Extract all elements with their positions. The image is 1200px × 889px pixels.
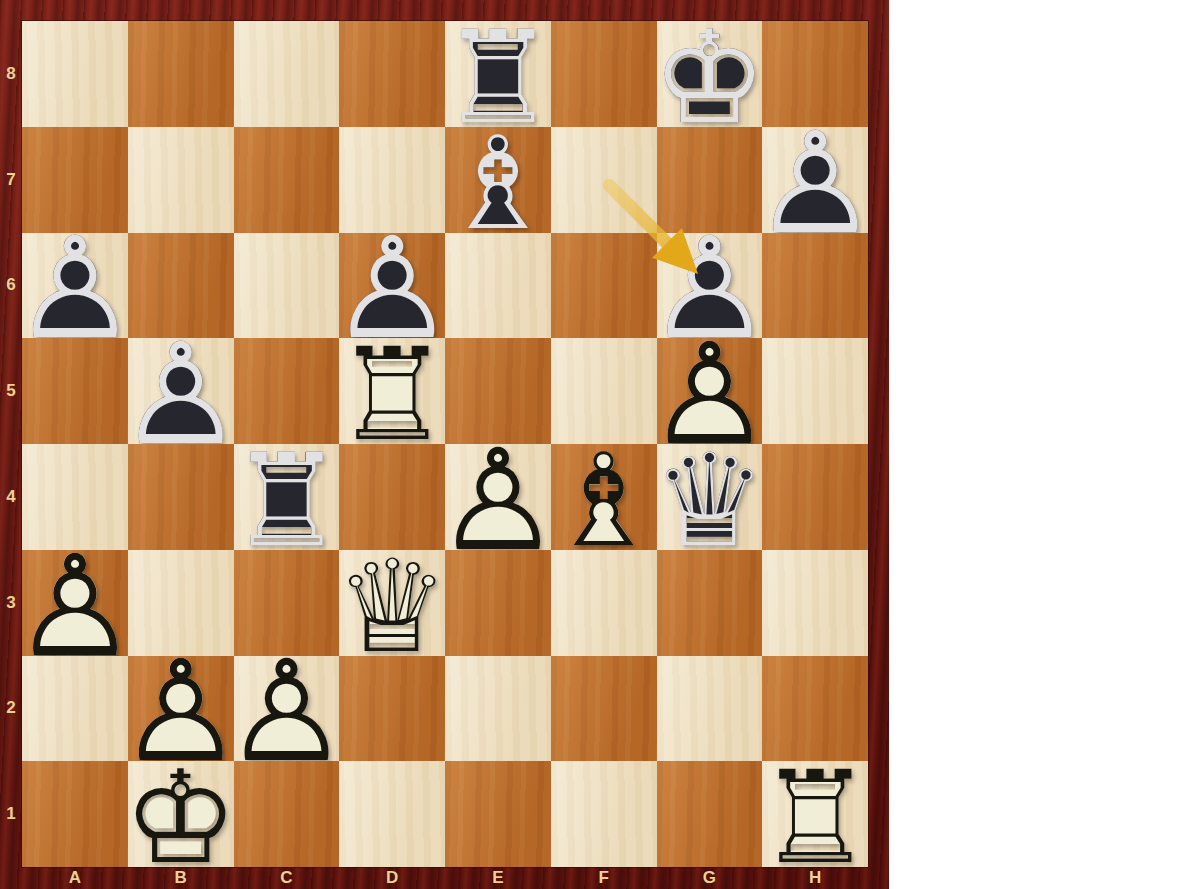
square-c4[interactable]: ♜♖ [234, 444, 340, 550]
square-e6[interactable] [445, 233, 551, 339]
piece-glyph-outline: ♙ [657, 342, 763, 448]
square-h8[interactable] [762, 21, 868, 127]
square-f3[interactable] [551, 550, 657, 656]
white-rook[interactable]: ♜♖ [339, 338, 445, 444]
white-pawn[interactable]: ♟♙ [445, 444, 551, 550]
white-pawn[interactable]: ♟♙ [234, 656, 340, 762]
piece-glyph-fill: ♟ [234, 660, 340, 766]
piece-glyph-fill: ♟ [128, 342, 234, 448]
chessboard: ♜♖♚♔♝♗♟♙♟♙♟♙♟♙♟♙♜♖♟♙♜♖♟♙♝♗♛♕♟♙♛♕♟♙♟♙♚♔♜♖ [22, 21, 868, 867]
square-h6[interactable] [762, 233, 868, 339]
piece-glyph-outline: ♙ [339, 237, 445, 343]
piece-glyph-outline: ♕ [339, 554, 445, 660]
square-c2[interactable]: ♟♙ [234, 656, 340, 762]
black-pawn[interactable]: ♟♙ [339, 233, 445, 339]
piece-glyph-fill: ♟ [22, 554, 128, 660]
piece-glyph-outline: ♙ [128, 342, 234, 448]
square-f8[interactable] [551, 21, 657, 127]
white-pawn[interactable]: ♟♙ [22, 550, 128, 656]
square-f5[interactable] [551, 338, 657, 444]
square-d7[interactable] [339, 127, 445, 233]
square-g4[interactable]: ♛♕ [657, 444, 763, 550]
square-e4[interactable]: ♟♙ [445, 444, 551, 550]
piece-glyph-fill: ♟ [762, 131, 868, 237]
piece-glyph-fill: ♝ [551, 448, 657, 554]
square-b4[interactable] [128, 444, 234, 550]
file-label-a: A [22, 867, 128, 889]
square-g1[interactable] [657, 761, 763, 867]
file-label-e: E [445, 867, 551, 889]
square-a3[interactable]: ♟♙ [22, 550, 128, 656]
piece-glyph-fill: ♚ [128, 765, 234, 871]
file-label-h: H [762, 867, 868, 889]
square-g2[interactable] [657, 656, 763, 762]
square-d1[interactable] [339, 761, 445, 867]
square-a1[interactable] [22, 761, 128, 867]
white-king[interactable]: ♚♔ [128, 761, 234, 867]
square-c3[interactable] [234, 550, 340, 656]
black-queen[interactable]: ♛♕ [657, 444, 763, 550]
black-pawn[interactable]: ♟♙ [762, 127, 868, 233]
square-g7[interactable] [657, 127, 763, 233]
square-h7[interactable]: ♟♙ [762, 127, 868, 233]
white-queen[interactable]: ♛♕ [339, 550, 445, 656]
square-e7[interactable]: ♝♗ [445, 127, 551, 233]
rank-label-4: 4 [0, 444, 22, 550]
piece-glyph-outline: ♖ [762, 765, 868, 871]
black-rook[interactable]: ♜♖ [445, 21, 551, 127]
rank-label-8: 8 [0, 21, 22, 127]
square-b7[interactable] [128, 127, 234, 233]
piece-glyph-outline: ♖ [445, 25, 551, 131]
square-b6[interactable] [128, 233, 234, 339]
piece-glyph-fill: ♝ [445, 131, 551, 237]
square-b1[interactable]: ♚♔ [128, 761, 234, 867]
rank-labels: 87654321 [0, 21, 22, 867]
white-pawn[interactable]: ♟♙ [128, 656, 234, 762]
piece-glyph-outline: ♙ [128, 660, 234, 766]
piece-glyph-outline: ♙ [22, 237, 128, 343]
piece-glyph-outline: ♕ [657, 448, 763, 554]
white-pawn[interactable]: ♟♙ [657, 338, 763, 444]
piece-glyph-fill: ♜ [445, 25, 551, 131]
square-e3[interactable] [445, 550, 551, 656]
piece-glyph-fill: ♟ [22, 237, 128, 343]
square-b3[interactable] [128, 550, 234, 656]
rank-label-3: 3 [0, 550, 22, 656]
rank-label-6: 6 [0, 233, 22, 339]
square-c1[interactable] [234, 761, 340, 867]
white-bishop[interactable]: ♝♗ [551, 444, 657, 550]
square-g8[interactable]: ♚♔ [657, 21, 763, 127]
square-f7[interactable] [551, 127, 657, 233]
black-bishop[interactable]: ♝♗ [445, 127, 551, 233]
square-e2[interactable] [445, 656, 551, 762]
square-g5[interactable]: ♟♙ [657, 338, 763, 444]
square-e8[interactable]: ♜♖ [445, 21, 551, 127]
piece-glyph-fill: ♛ [657, 448, 763, 554]
piece-glyph-outline: ♙ [657, 237, 763, 343]
file-label-c: C [234, 867, 340, 889]
square-g6[interactable]: ♟♙ [657, 233, 763, 339]
square-c7[interactable] [234, 127, 340, 233]
square-a4[interactable] [22, 444, 128, 550]
piece-glyph-fill: ♟ [445, 448, 551, 554]
square-e1[interactable] [445, 761, 551, 867]
piece-glyph-outline: ♖ [339, 342, 445, 448]
white-rook[interactable]: ♜♖ [762, 761, 868, 867]
piece-glyph-outline: ♙ [22, 554, 128, 660]
square-h3[interactable] [762, 550, 868, 656]
rank-label-5: 5 [0, 338, 22, 444]
square-a2[interactable] [22, 656, 128, 762]
square-a6[interactable]: ♟♙ [22, 233, 128, 339]
black-rook[interactable]: ♜♖ [234, 444, 340, 550]
square-f4[interactable]: ♝♗ [551, 444, 657, 550]
black-pawn[interactable]: ♟♙ [657, 233, 763, 339]
piece-glyph-fill: ♛ [339, 554, 445, 660]
file-labels: ABCDEFGH [22, 867, 868, 889]
piece-glyph-fill: ♟ [657, 237, 763, 343]
piece-glyph-outline: ♗ [551, 448, 657, 554]
piece-glyph-outline: ♔ [657, 25, 763, 131]
piece-glyph-outline: ♗ [445, 131, 551, 237]
piece-glyph-outline: ♔ [128, 765, 234, 871]
page: 87654321 ABCDEFGH ♜♖♚♔♝♗♟♙♟♙♟♙♟♙♟♙♜♖♟♙♜♖… [0, 0, 1200, 889]
square-c5[interactable] [234, 338, 340, 444]
piece-glyph-fill: ♟ [657, 342, 763, 448]
file-label-b: B [128, 867, 234, 889]
file-label-g: G [657, 867, 763, 889]
square-a5[interactable] [22, 338, 128, 444]
square-h1[interactable]: ♜♖ [762, 761, 868, 867]
square-f6[interactable] [551, 233, 657, 339]
file-label-d: D [339, 867, 445, 889]
piece-glyph-outline: ♙ [445, 448, 551, 554]
square-b2[interactable]: ♟♙ [128, 656, 234, 762]
square-f1[interactable] [551, 761, 657, 867]
square-d3[interactable]: ♛♕ [339, 550, 445, 656]
piece-glyph-outline: ♙ [234, 660, 340, 766]
rank-label-2: 2 [0, 656, 22, 762]
piece-glyph-fill: ♚ [657, 25, 763, 131]
square-b8[interactable] [128, 21, 234, 127]
square-c6[interactable] [234, 233, 340, 339]
square-d8[interactable] [339, 21, 445, 127]
piece-glyph-fill: ♜ [339, 342, 445, 448]
file-label-f: F [551, 867, 657, 889]
rank-label-1: 1 [0, 761, 22, 867]
square-a7[interactable] [22, 127, 128, 233]
square-h5[interactable] [762, 338, 868, 444]
square-g3[interactable] [657, 550, 763, 656]
piece-glyph-outline: ♙ [762, 131, 868, 237]
square-c8[interactable] [234, 21, 340, 127]
square-b5[interactable]: ♟♙ [128, 338, 234, 444]
piece-glyph-outline: ♖ [234, 448, 340, 554]
black-pawn[interactable]: ♟♙ [128, 338, 234, 444]
square-h2[interactable] [762, 656, 868, 762]
rank-label-7: 7 [0, 127, 22, 233]
piece-glyph-fill: ♟ [128, 660, 234, 766]
square-f2[interactable] [551, 656, 657, 762]
piece-glyph-fill: ♜ [762, 765, 868, 871]
black-pawn[interactable]: ♟♙ [22, 233, 128, 339]
square-d5[interactable]: ♜♖ [339, 338, 445, 444]
square-e5[interactable] [445, 338, 551, 444]
square-d6[interactable]: ♟♙ [339, 233, 445, 339]
piece-glyph-fill: ♜ [234, 448, 340, 554]
square-h4[interactable] [762, 444, 868, 550]
square-d2[interactable] [339, 656, 445, 762]
square-d4[interactable] [339, 444, 445, 550]
square-a8[interactable] [22, 21, 128, 127]
piece-glyph-fill: ♟ [339, 237, 445, 343]
black-king[interactable]: ♚♔ [657, 21, 763, 127]
